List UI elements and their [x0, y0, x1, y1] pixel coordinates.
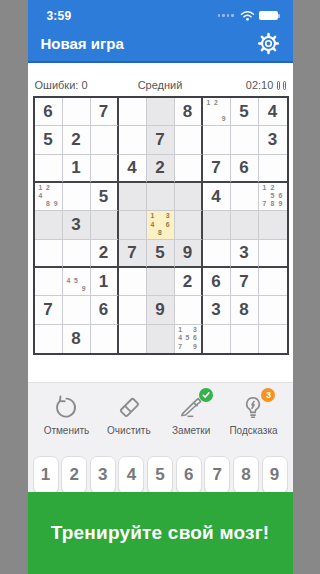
status-time: 3:59 [47, 9, 72, 23]
cell-r4c1[interactable]: 12489 [35, 183, 63, 211]
status-icons [218, 10, 278, 21]
cell-r5c3[interactable] [91, 211, 119, 239]
numpad-key-8[interactable]: 8 [233, 456, 259, 494]
cell-value: 6 [239, 158, 248, 178]
cell-value: 5 [43, 130, 52, 150]
cell-value: 6 [99, 300, 108, 320]
cell-r1c4[interactable] [119, 98, 147, 126]
cell-r7c8[interactable]: 7 [231, 268, 259, 296]
cell-r4c7[interactable]: 4 [203, 183, 231, 211]
cell-value: 4 [211, 187, 220, 207]
numpad-key-3[interactable]: 3 [90, 456, 116, 494]
cell-value: 7 [99, 102, 108, 122]
cell-value: 7 [211, 158, 220, 178]
cell-r4c2[interactable] [63, 183, 91, 211]
cell-value: 7 [155, 130, 164, 150]
cell-r8c3[interactable]: 6 [91, 296, 119, 324]
timer-value: 02:10 [246, 79, 274, 91]
cell-r9c6[interactable]: 1345679 [175, 325, 203, 353]
cell-r6c9[interactable] [259, 240, 287, 268]
cell-r3c6[interactable] [175, 155, 203, 183]
cell-r3c4[interactable]: 4 [119, 155, 147, 183]
cell-r6c2[interactable] [63, 240, 91, 268]
cell-r8c6[interactable] [175, 296, 203, 324]
cell-value: 1 [71, 158, 80, 178]
cell-r8c9[interactable] [259, 296, 287, 324]
cell-r7c1[interactable] [35, 268, 63, 296]
cell-r9c9[interactable] [259, 325, 287, 353]
cell-value: 9 [183, 243, 192, 263]
cell-r5c8[interactable] [231, 211, 259, 239]
cell-r7c9[interactable] [259, 268, 287, 296]
cell-r5c6[interactable] [175, 211, 203, 239]
cell-r6c7[interactable] [203, 240, 231, 268]
cell-r2c9[interactable]: 3 [259, 126, 287, 154]
undo-icon [51, 392, 83, 422]
cell-value: 8 [71, 329, 80, 349]
cell-r9c1[interactable] [35, 325, 63, 353]
undo-label: Отменить [44, 425, 90, 436]
cell-value: 2 [183, 272, 192, 292]
cell-r6c1[interactable] [35, 240, 63, 268]
cell-r9c5[interactable] [147, 325, 175, 353]
cell-value: 8 [183, 102, 192, 122]
cell-r9c4[interactable] [119, 325, 147, 353]
cell-value: 8 [239, 300, 248, 320]
cell-value: 4 [268, 102, 277, 122]
erase-label: Очистить [107, 425, 151, 436]
cell-r1c9[interactable]: 4 [259, 98, 287, 126]
cell-r4c8[interactable] [231, 183, 259, 211]
cell-value: 2 [155, 158, 164, 178]
numpad-key-7[interactable]: 7 [204, 456, 230, 494]
cell-r8c7[interactable]: 3 [203, 296, 231, 324]
cell-notes: 129 [203, 98, 230, 125]
cell-r7c4[interactable] [119, 268, 147, 296]
cell-r4c9[interactable]: 1256789 [259, 183, 287, 211]
cell-value: 4 [127, 158, 136, 178]
cell-r9c8[interactable] [231, 325, 259, 353]
cell-r4c6[interactable] [175, 183, 203, 211]
cell-value: 9 [155, 300, 164, 320]
numpad-key-6[interactable]: 6 [176, 456, 202, 494]
cell-r3c8[interactable]: 6 [231, 155, 259, 183]
cellular-signal-icon [218, 14, 234, 17]
cell-r3c1[interactable] [35, 155, 63, 183]
hint-count-badge: 3 [261, 388, 275, 402]
numpad-key-2[interactable]: 2 [61, 456, 87, 494]
cell-value: 5 [155, 243, 164, 263]
cell-r6c3[interactable]: 2 [91, 240, 119, 268]
cell-value: 3 [71, 215, 80, 235]
numpad-key-5[interactable]: 5 [147, 456, 173, 494]
cell-r2c2[interactable]: 2 [63, 126, 91, 154]
status-bar: 3:59 [28, 0, 293, 27]
cell-r8c5[interactable]: 9 [147, 296, 175, 324]
cell-r8c2[interactable] [63, 296, 91, 324]
numpad-key-4[interactable]: 4 [118, 456, 144, 494]
lightbulb-icon: 3 [237, 392, 269, 422]
cell-value: 2 [99, 243, 108, 263]
cell-value: 6 [211, 272, 220, 292]
cell-r8c4[interactable] [119, 296, 147, 324]
check-icon [202, 391, 210, 399]
cell-r6c4[interactable]: 7 [119, 240, 147, 268]
cell-r3c7[interactable]: 7 [203, 155, 231, 183]
cell-r1c6[interactable]: 8 [175, 98, 203, 126]
cell-r5c7[interactable] [203, 211, 231, 239]
cell-notes: 13468 [147, 211, 174, 238]
cell-r3c3[interactable] [91, 155, 119, 183]
numpad-key-1[interactable]: 1 [33, 456, 59, 494]
pencil-icon [175, 392, 207, 422]
cell-r9c3[interactable] [91, 325, 119, 353]
cell-r5c5[interactable]: 13468 [147, 211, 175, 239]
sudoku-board: 6781295452731427612489541256789313468275… [33, 96, 289, 355]
cell-r7c3[interactable]: 1 [91, 268, 119, 296]
cell-r2c4[interactable] [119, 126, 147, 154]
promo-banner-text: Тренируйте свой мозг! [51, 522, 270, 544]
cell-r1c1[interactable]: 6 [35, 98, 63, 126]
cell-value: 3 [268, 130, 277, 150]
cell-r2c1[interactable]: 5 [35, 126, 63, 154]
cell-notes: 12489 [35, 183, 62, 210]
cell-r4c5[interactable] [147, 183, 175, 211]
cell-value: 3 [211, 300, 220, 320]
hint-button[interactable]: 3 Подсказка [224, 392, 282, 436]
cell-r6c5[interactable]: 5 [147, 240, 175, 268]
erase-button[interactable]: Очистить [100, 392, 158, 436]
cell-r3c2[interactable]: 1 [63, 155, 91, 183]
cell-r2c3[interactable] [91, 126, 119, 154]
settings-gear-icon[interactable] [257, 32, 280, 55]
notes-label: Заметки [172, 425, 210, 436]
cell-r2c8[interactable] [231, 126, 259, 154]
cell-r9c2[interactable]: 8 [63, 325, 91, 353]
wifi-icon [240, 10, 255, 21]
cell-value: 7 [239, 272, 248, 292]
numpad-key-9[interactable]: 9 [262, 456, 288, 494]
cell-r7c6[interactable]: 2 [175, 268, 203, 296]
cell-r5c9[interactable] [259, 211, 287, 239]
cell-notes: 1345679 [175, 325, 201, 353]
cell-value: 1 [99, 272, 108, 292]
cell-value: 2 [71, 130, 80, 150]
cell-notes: 459 [63, 268, 90, 295]
pause-icon[interactable] [277, 81, 285, 90]
battery-icon [259, 11, 278, 20]
hint-label: Подсказка [229, 425, 277, 436]
app-header: Новая игра [28, 27, 293, 60]
cell-r5c1[interactable] [35, 211, 63, 239]
toolbar: Отменить Очистить [28, 383, 293, 436]
cell-r9c7[interactable] [203, 325, 231, 353]
control-panel: Отменить Очистить [28, 382, 293, 492]
cell-r2c7[interactable] [203, 126, 231, 154]
cell-r5c2[interactable]: 3 [63, 211, 91, 239]
cell-r4c3[interactable]: 5 [91, 183, 119, 211]
cell-r1c8[interactable]: 5 [231, 98, 259, 126]
cell-r7c5[interactable] [147, 268, 175, 296]
top-bar: 3:59 Новая игра [28, 0, 293, 63]
cell-r5c4[interactable] [119, 211, 147, 239]
game-stats-row: Ошибки: 0 Средний 02:10 [28, 76, 293, 94]
sudoku-app: 3:59 Новая игра [28, 0, 293, 574]
cell-r2c6[interactable] [175, 126, 203, 154]
notes-button[interactable]: Заметки [162, 392, 220, 436]
cell-r1c3[interactable]: 7 [91, 98, 119, 126]
cell-value: 7 [43, 300, 52, 320]
cell-r3c5[interactable]: 2 [147, 155, 175, 183]
cell-r6c6[interactable]: 9 [175, 240, 203, 268]
cell-r2c5[interactable]: 7 [147, 126, 175, 154]
cell-r3c9[interactable] [259, 155, 287, 183]
eraser-icon [113, 392, 145, 422]
cell-r8c1[interactable]: 7 [35, 296, 63, 324]
numpad: 123456789 [33, 456, 288, 494]
page-title: Новая игра [41, 35, 124, 52]
cell-r8c8[interactable]: 8 [231, 296, 259, 324]
promo-banner[interactable]: Тренируйте свой мозг! [28, 492, 293, 574]
cell-r1c7[interactable]: 129 [203, 98, 231, 126]
cell-value: 6 [43, 102, 52, 122]
cell-value: 5 [99, 187, 108, 207]
cell-value: 3 [239, 243, 248, 263]
notes-on-badge [199, 388, 213, 402]
cell-r6c8[interactable]: 3 [231, 240, 259, 268]
undo-button[interactable]: Отменить [38, 392, 96, 436]
cell-r4c4[interactable] [119, 183, 147, 211]
cell-value: 7 [127, 243, 136, 263]
cell-r1c5[interactable] [147, 98, 175, 126]
cell-r7c7[interactable]: 6 [203, 268, 231, 296]
cell-notes: 1256789 [259, 183, 287, 210]
cell-r1c2[interactable] [63, 98, 91, 126]
cell-r7c2[interactable]: 459 [63, 268, 91, 296]
cell-value: 5 [239, 102, 248, 122]
